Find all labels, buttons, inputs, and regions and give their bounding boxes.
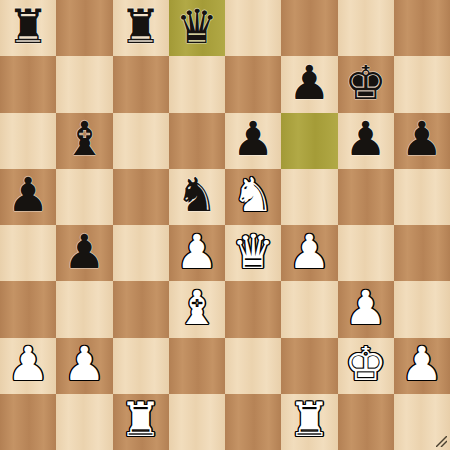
square-f5[interactable] [281, 169, 337, 225]
square-b6[interactable]: ♝ [56, 113, 112, 169]
square-a1[interactable] [0, 394, 56, 450]
black-king[interactable]: ♚ [345, 59, 387, 106]
square-h8[interactable] [394, 0, 450, 56]
square-e1[interactable] [225, 394, 281, 450]
white-pawn[interactable]: ♟ [345, 284, 387, 331]
square-c1[interactable]: ♜ [113, 394, 169, 450]
square-b2[interactable]: ♟ [56, 338, 112, 394]
square-c5[interactable] [113, 169, 169, 225]
white-rook[interactable]: ♜ [288, 396, 330, 443]
square-e8[interactable] [225, 0, 281, 56]
white-king[interactable]: ♚ [345, 340, 387, 387]
square-d1[interactable] [169, 394, 225, 450]
white-pawn[interactable]: ♟ [7, 340, 49, 387]
square-f2[interactable] [281, 338, 337, 394]
square-c7[interactable] [113, 56, 169, 112]
white-rook[interactable]: ♜ [120, 396, 162, 443]
black-pawn[interactable]: ♟ [232, 115, 274, 162]
square-b3[interactable] [56, 281, 112, 337]
square-b5[interactable] [56, 169, 112, 225]
square-f6[interactable] [281, 113, 337, 169]
square-e4[interactable]: ♛ [225, 225, 281, 281]
square-a5[interactable]: ♟ [0, 169, 56, 225]
square-e5[interactable]: ♞ [225, 169, 281, 225]
square-d8[interactable]: ♛ [169, 0, 225, 56]
square-b4[interactable]: ♟ [56, 225, 112, 281]
resize-handle-icon[interactable] [436, 436, 447, 447]
square-c2[interactable] [113, 338, 169, 394]
white-pawn[interactable]: ♟ [288, 228, 330, 275]
square-g6[interactable]: ♟ [338, 113, 394, 169]
square-f7[interactable]: ♟ [281, 56, 337, 112]
square-f4[interactable]: ♟ [281, 225, 337, 281]
square-a2[interactable]: ♟ [0, 338, 56, 394]
square-g8[interactable] [338, 0, 394, 56]
white-pawn[interactable]: ♟ [401, 340, 443, 387]
square-a8[interactable]: ♜ [0, 0, 56, 56]
square-d3[interactable]: ♝ [169, 281, 225, 337]
white-queen[interactable]: ♛ [232, 228, 274, 275]
square-h7[interactable] [394, 56, 450, 112]
square-f1[interactable]: ♜ [281, 394, 337, 450]
square-e6[interactable]: ♟ [225, 113, 281, 169]
square-g1[interactable] [338, 394, 394, 450]
black-rook[interactable]: ♜ [120, 3, 162, 50]
square-c4[interactable] [113, 225, 169, 281]
square-h3[interactable] [394, 281, 450, 337]
black-pawn[interactable]: ♟ [63, 228, 105, 275]
white-pawn[interactable]: ♟ [176, 228, 218, 275]
black-pawn[interactable]: ♟ [288, 59, 330, 106]
square-h4[interactable] [394, 225, 450, 281]
black-pawn[interactable]: ♟ [401, 115, 443, 162]
black-pawn[interactable]: ♟ [7, 171, 49, 218]
square-e2[interactable] [225, 338, 281, 394]
square-e7[interactable] [225, 56, 281, 112]
black-queen[interactable]: ♛ [176, 3, 218, 50]
square-c6[interactable] [113, 113, 169, 169]
square-d4[interactable]: ♟ [169, 225, 225, 281]
square-e3[interactable] [225, 281, 281, 337]
square-g4[interactable] [338, 225, 394, 281]
square-g7[interactable]: ♚ [338, 56, 394, 112]
black-bishop[interactable]: ♝ [63, 115, 105, 162]
square-a7[interactable] [0, 56, 56, 112]
square-f8[interactable] [281, 0, 337, 56]
white-bishop[interactable]: ♝ [176, 284, 218, 331]
square-d6[interactable] [169, 113, 225, 169]
square-f3[interactable] [281, 281, 337, 337]
square-d5[interactable]: ♞ [169, 169, 225, 225]
black-rook[interactable]: ♜ [7, 3, 49, 50]
square-g2[interactable]: ♚ [338, 338, 394, 394]
square-a6[interactable] [0, 113, 56, 169]
square-g3[interactable]: ♟ [338, 281, 394, 337]
square-c8[interactable]: ♜ [113, 0, 169, 56]
square-a3[interactable] [0, 281, 56, 337]
square-d2[interactable] [169, 338, 225, 394]
chess-board: ♜♜♛♟♚♝♟♟♟♟♞♞♟♟♛♟♝♟♟♟♚♟♜♜ [0, 0, 450, 450]
square-g5[interactable] [338, 169, 394, 225]
square-h2[interactable]: ♟ [394, 338, 450, 394]
white-pawn[interactable]: ♟ [63, 340, 105, 387]
square-b7[interactable] [56, 56, 112, 112]
square-d7[interactable] [169, 56, 225, 112]
square-h5[interactable] [394, 169, 450, 225]
square-a4[interactable] [0, 225, 56, 281]
square-b8[interactable] [56, 0, 112, 56]
black-pawn[interactable]: ♟ [345, 115, 387, 162]
white-knight[interactable]: ♞ [232, 171, 274, 218]
square-b1[interactable] [56, 394, 112, 450]
square-c3[interactable] [113, 281, 169, 337]
black-knight[interactable]: ♞ [176, 171, 218, 218]
square-h6[interactable]: ♟ [394, 113, 450, 169]
